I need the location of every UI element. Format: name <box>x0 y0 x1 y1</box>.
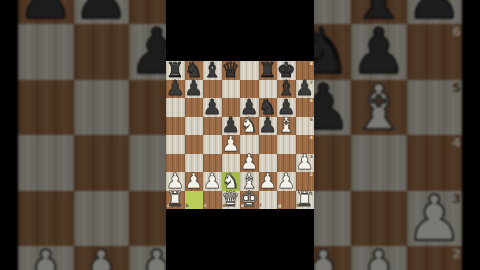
square-a1[interactable]: a♜ <box>166 191 185 210</box>
square-h1[interactable]: 1h♜ <box>296 191 315 210</box>
white-bishop[interactable]: ♝ <box>277 115 296 136</box>
square-g1[interactable]: g <box>277 191 296 210</box>
white-pawn[interactable]: ♟ <box>295 152 314 173</box>
square-c8[interactable]: ♝ <box>203 61 222 80</box>
chess-board[interactable]: ♜♞♝♛♜♚8♟♟♝7♟♟♟♞♟6♟♞♟♝5♟4♟3♟♟♟♟♞♝♟♟2a♜bcd… <box>166 61 314 209</box>
square-c2[interactable]: ♟ <box>203 172 222 191</box>
black-pawn[interactable]: ♟ <box>203 97 222 118</box>
square-a4[interactable] <box>166 135 185 154</box>
square-e8[interactable] <box>240 61 259 80</box>
white-knight[interactable]: ♞ <box>240 115 259 136</box>
white-pawn[interactable]: ♟ <box>221 134 240 155</box>
square-c5[interactable] <box>203 117 222 136</box>
square-d1[interactable]: d♛ <box>222 191 241 210</box>
rank-label-5: 5 <box>310 118 313 123</box>
white-pawn[interactable]: ♟ <box>277 171 296 192</box>
square-h7[interactable]: 7♟ <box>296 80 315 99</box>
square-f5[interactable]: ♟ <box>259 117 278 136</box>
white-rook[interactable]: ♜ <box>295 189 314 210</box>
square-b6[interactable] <box>185 98 204 117</box>
square-h6[interactable]: 6 <box>296 98 315 117</box>
white-king[interactable]: ♚ <box>240 189 259 210</box>
square-h5[interactable]: 5 <box>296 117 315 136</box>
black-pawn[interactable]: ♟ <box>184 78 203 99</box>
white-pawn[interactable]: ♟ <box>203 171 222 192</box>
square-c1[interactable]: c <box>203 191 222 210</box>
black-rook[interactable]: ♜ <box>258 60 277 81</box>
square-b1[interactable]: b <box>185 191 204 210</box>
file-label-f: f <box>260 204 262 209</box>
square-g2[interactable]: ♟ <box>277 172 296 191</box>
square-b2[interactable]: ♟ <box>185 172 204 191</box>
square-b5[interactable] <box>185 117 204 136</box>
rank-label-8: 8 <box>310 62 313 67</box>
square-f8[interactable]: ♜ <box>259 61 278 80</box>
file-label-g: g <box>278 204 281 209</box>
video-frame: ♜♞♝♛♜♚8♟♟♝7♟♟♟♞♟6♟♞♟♝5♟4♟3♟♟♟♟♞♝♟♟2a♜bcd… <box>0 0 480 270</box>
square-e5[interactable]: ♞ <box>240 117 259 136</box>
rank-label-4: 4 <box>310 136 313 141</box>
square-a7[interactable]: ♟ <box>166 80 185 99</box>
square-e1[interactable]: e♚ <box>240 191 259 210</box>
black-pawn[interactable]: ♟ <box>166 78 185 99</box>
square-f2[interactable]: ♟ <box>259 172 278 191</box>
square-a5[interactable] <box>166 117 185 136</box>
white-rook[interactable]: ♜ <box>166 189 185 210</box>
square-h3[interactable]: 3♟ <box>296 154 315 173</box>
square-c4[interactable] <box>203 135 222 154</box>
square-c6[interactable]: ♟ <box>203 98 222 117</box>
square-d7[interactable] <box>222 80 241 99</box>
black-pawn[interactable]: ♟ <box>295 78 314 99</box>
square-f1[interactable]: f <box>259 191 278 210</box>
black-bishop[interactable]: ♝ <box>203 60 222 81</box>
white-pawn[interactable]: ♟ <box>258 171 277 192</box>
square-d8[interactable]: ♛ <box>222 61 241 80</box>
square-b7[interactable]: ♟ <box>185 80 204 99</box>
square-a6[interactable] <box>166 98 185 117</box>
square-g4[interactable] <box>277 135 296 154</box>
white-pawn[interactable]: ♟ <box>184 171 203 192</box>
file-label-c: c <box>204 204 207 209</box>
square-b4[interactable] <box>185 135 204 154</box>
square-f4[interactable] <box>259 135 278 154</box>
file-label-b: b <box>186 204 189 209</box>
white-queen[interactable]: ♛ <box>221 189 240 210</box>
black-queen[interactable]: ♛ <box>221 60 240 81</box>
square-d4[interactable]: ♟ <box>222 135 241 154</box>
square-g5[interactable]: ♝ <box>277 117 296 136</box>
black-pawn[interactable]: ♟ <box>258 115 277 136</box>
